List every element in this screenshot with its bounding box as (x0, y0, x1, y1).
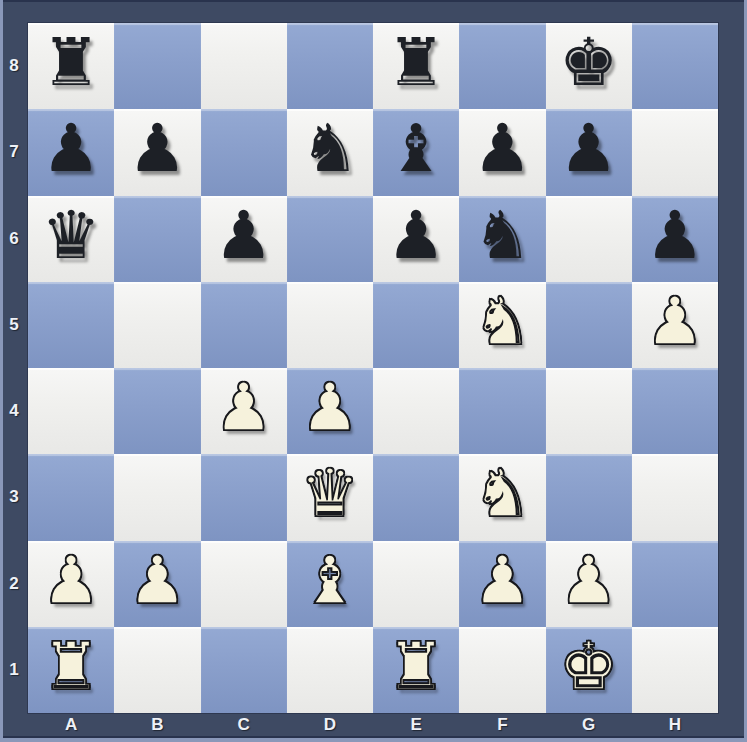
white-knight[interactable]: ♞ (473, 289, 532, 355)
frame-edge-bottom (3, 738, 744, 742)
square-b3[interactable] (114, 454, 200, 540)
square-b2[interactable]: ♟ (114, 541, 200, 627)
square-f6[interactable]: ♞ (459, 196, 545, 282)
square-h6[interactable]: ♟ (632, 196, 718, 282)
square-b4[interactable] (114, 368, 200, 454)
square-d7[interactable]: ♞ (287, 109, 373, 195)
rank-label-2: 2 (0, 541, 28, 627)
black-king[interactable]: ♚ (559, 30, 618, 96)
square-f7[interactable]: ♟ (459, 109, 545, 195)
file-label-c: C (201, 712, 287, 737)
square-f8[interactable] (459, 23, 545, 109)
white-pawn[interactable]: ♟ (645, 289, 704, 355)
white-king[interactable]: ♚ (559, 634, 618, 700)
square-e6[interactable]: ♟ (373, 196, 459, 282)
chessboard-frame: 87654321 ♜♜♚♟♟♞♝♟♟♛♟♟♞♟♞♟♟♟♛♞♟♟♝♟♟♜♜♚ AB… (0, 0, 747, 742)
white-pawn[interactable]: ♟ (559, 548, 618, 614)
square-c7[interactable] (201, 109, 287, 195)
square-d8[interactable] (287, 23, 373, 109)
square-e3[interactable] (373, 454, 459, 540)
square-a6[interactable]: ♛ (28, 196, 114, 282)
white-pawn[interactable]: ♟ (473, 548, 532, 614)
square-a8[interactable]: ♜ (28, 23, 114, 109)
square-c1[interactable] (201, 627, 287, 713)
file-label-h: H (632, 712, 718, 737)
white-rook[interactable]: ♜ (387, 634, 446, 700)
black-queen[interactable]: ♛ (42, 203, 101, 269)
square-c4[interactable]: ♟ (201, 368, 287, 454)
rank-label-8: 8 (0, 23, 28, 109)
frame-edge-top (3, 0, 744, 2)
white-queen[interactable]: ♛ (300, 461, 359, 527)
black-knight[interactable]: ♞ (300, 116, 359, 182)
square-h3[interactable] (632, 454, 718, 540)
black-rook[interactable]: ♜ (42, 30, 101, 96)
square-d4[interactable]: ♟ (287, 368, 373, 454)
square-g8[interactable]: ♚ (546, 23, 632, 109)
file-label-e: E (373, 712, 459, 737)
square-f4[interactable] (459, 368, 545, 454)
square-c5[interactable] (201, 282, 287, 368)
square-e2[interactable] (373, 541, 459, 627)
file-label-g: G (546, 712, 632, 737)
square-e5[interactable] (373, 282, 459, 368)
square-a1[interactable]: ♜ (28, 627, 114, 713)
white-pawn[interactable]: ♟ (300, 375, 359, 441)
rank-label-5: 5 (0, 282, 28, 368)
square-f1[interactable] (459, 627, 545, 713)
black-pawn[interactable]: ♟ (559, 116, 618, 182)
square-h2[interactable] (632, 541, 718, 627)
square-c2[interactable] (201, 541, 287, 627)
rank-label-6: 6 (0, 196, 28, 282)
white-pawn[interactable]: ♟ (214, 375, 273, 441)
rank-labels: 87654321 (0, 23, 28, 713)
square-b8[interactable] (114, 23, 200, 109)
square-a2[interactable]: ♟ (28, 541, 114, 627)
square-e1[interactable]: ♜ (373, 627, 459, 713)
square-a7[interactable]: ♟ (28, 109, 114, 195)
black-bishop[interactable]: ♝ (387, 116, 446, 182)
square-h5[interactable]: ♟ (632, 282, 718, 368)
square-g5[interactable] (546, 282, 632, 368)
rank-label-1: 1 (0, 627, 28, 713)
square-b5[interactable] (114, 282, 200, 368)
black-pawn[interactable]: ♟ (473, 116, 532, 182)
square-h4[interactable] (632, 368, 718, 454)
square-a4[interactable] (28, 368, 114, 454)
black-knight[interactable]: ♞ (473, 203, 532, 269)
black-rook[interactable]: ♜ (387, 30, 446, 96)
square-b6[interactable] (114, 196, 200, 282)
square-c8[interactable] (201, 23, 287, 109)
white-rook[interactable]: ♜ (42, 634, 101, 700)
square-h8[interactable] (632, 23, 718, 109)
square-c6[interactable]: ♟ (201, 196, 287, 282)
chess-board[interactable]: ♜♜♚♟♟♞♝♟♟♛♟♟♞♟♞♟♟♟♛♞♟♟♝♟♟♜♜♚ (28, 23, 718, 713)
square-f3[interactable]: ♞ (459, 454, 545, 540)
file-label-b: B (114, 712, 200, 737)
square-g1[interactable]: ♚ (546, 627, 632, 713)
square-e7[interactable]: ♝ (373, 109, 459, 195)
square-f2[interactable]: ♟ (459, 541, 545, 627)
black-pawn[interactable]: ♟ (645, 203, 704, 269)
square-e8[interactable]: ♜ (373, 23, 459, 109)
rank-label-3: 3 (0, 454, 28, 540)
black-pawn[interactable]: ♟ (387, 203, 446, 269)
square-g4[interactable] (546, 368, 632, 454)
square-h7[interactable] (632, 109, 718, 195)
rank-label-7: 7 (0, 109, 28, 195)
square-g3[interactable] (546, 454, 632, 540)
square-f5[interactable]: ♞ (459, 282, 545, 368)
square-d1[interactable] (287, 627, 373, 713)
square-b1[interactable] (114, 627, 200, 713)
square-d2[interactable]: ♝ (287, 541, 373, 627)
file-label-a: A (28, 712, 114, 737)
black-pawn[interactable]: ♟ (42, 116, 101, 182)
square-d3[interactable]: ♛ (287, 454, 373, 540)
rank-label-4: 4 (0, 368, 28, 454)
square-a5[interactable] (28, 282, 114, 368)
white-pawn[interactable]: ♟ (42, 548, 101, 614)
square-a3[interactable] (28, 454, 114, 540)
square-g7[interactable]: ♟ (546, 109, 632, 195)
file-label-d: D (287, 712, 373, 737)
black-pawn[interactable]: ♟ (214, 203, 273, 269)
white-bishop[interactable]: ♝ (300, 548, 359, 614)
square-e4[interactable] (373, 368, 459, 454)
file-labels: ABCDEFGH (28, 712, 718, 737)
square-c3[interactable] (201, 454, 287, 540)
square-g2[interactable]: ♟ (546, 541, 632, 627)
black-pawn[interactable]: ♟ (128, 116, 187, 182)
white-pawn[interactable]: ♟ (128, 548, 187, 614)
square-g6[interactable] (546, 196, 632, 282)
square-d5[interactable] (287, 282, 373, 368)
white-knight[interactable]: ♞ (473, 461, 532, 527)
file-label-f: F (459, 712, 545, 737)
square-b7[interactable]: ♟ (114, 109, 200, 195)
square-d6[interactable] (287, 196, 373, 282)
square-h1[interactable] (632, 627, 718, 713)
